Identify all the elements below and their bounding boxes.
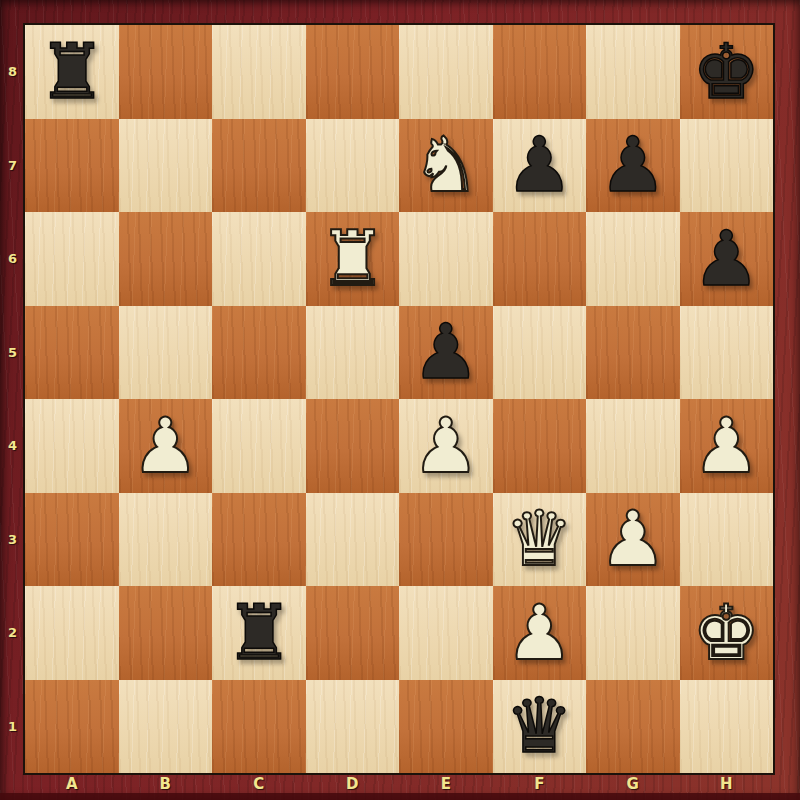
square-h4[interactable]: ♟ — [680, 399, 774, 493]
square-b5[interactable] — [119, 306, 213, 400]
piece-black-pawn[interactable]: ♟ — [505, 127, 573, 203]
file-label-h: H — [680, 773, 774, 795]
square-e2[interactable] — [399, 586, 493, 680]
square-a1[interactable] — [25, 680, 119, 774]
square-e3[interactable] — [399, 493, 493, 587]
file-label-a: A — [25, 773, 119, 795]
square-e1[interactable] — [399, 680, 493, 774]
square-a2[interactable] — [25, 586, 119, 680]
piece-white-pawn[interactable]: ♟ — [505, 595, 573, 671]
file-label-f: F — [493, 773, 587, 795]
square-g8[interactable] — [586, 25, 680, 119]
square-c4[interactable] — [212, 399, 306, 493]
piece-white-pawn[interactable]: ♟ — [692, 408, 760, 484]
square-c6[interactable] — [212, 212, 306, 306]
square-d6[interactable]: ♜ — [306, 212, 400, 306]
square-d1[interactable] — [306, 680, 400, 774]
piece-white-pawn[interactable]: ♟ — [412, 408, 480, 484]
square-f5[interactable] — [493, 306, 587, 400]
square-h1[interactable] — [680, 680, 774, 774]
square-g6[interactable] — [586, 212, 680, 306]
square-h5[interactable] — [680, 306, 774, 400]
square-g3[interactable]: ♟ — [586, 493, 680, 587]
piece-black-pawn[interactable]: ♟ — [412, 314, 480, 390]
square-d5[interactable] — [306, 306, 400, 400]
piece-black-king[interactable]: ♚ — [692, 34, 760, 110]
square-b3[interactable] — [119, 493, 213, 587]
rank-label-7: 7 — [0, 119, 25, 213]
square-h7[interactable] — [680, 119, 774, 213]
square-c3[interactable] — [212, 493, 306, 587]
piece-white-pawn[interactable]: ♟ — [131, 408, 199, 484]
square-e5[interactable]: ♟ — [399, 306, 493, 400]
square-d7[interactable] — [306, 119, 400, 213]
square-g4[interactable] — [586, 399, 680, 493]
square-e4[interactable]: ♟ — [399, 399, 493, 493]
rank-label-5: 5 — [0, 306, 25, 400]
square-e6[interactable] — [399, 212, 493, 306]
square-b1[interactable] — [119, 680, 213, 774]
square-c1[interactable] — [212, 680, 306, 774]
rank-label-2: 2 — [0, 586, 25, 680]
square-a8[interactable]: ♜ — [25, 25, 119, 119]
piece-black-pawn[interactable]: ♟ — [692, 221, 760, 297]
square-h3[interactable] — [680, 493, 774, 587]
square-f3[interactable]: ♛ — [493, 493, 587, 587]
square-a4[interactable] — [25, 399, 119, 493]
file-label-c: C — [212, 773, 306, 795]
square-a5[interactable] — [25, 306, 119, 400]
square-f6[interactable] — [493, 212, 587, 306]
square-f1[interactable]: ♛ — [493, 680, 587, 774]
file-label-e: E — [399, 773, 493, 795]
square-f7[interactable]: ♟ — [493, 119, 587, 213]
square-e7[interactable]: ♞ — [399, 119, 493, 213]
piece-white-knight[interactable]: ♞ — [412, 127, 480, 203]
rank-label-4: 4 — [0, 399, 25, 493]
square-d4[interactable] — [306, 399, 400, 493]
square-d2[interactable] — [306, 586, 400, 680]
square-b2[interactable] — [119, 586, 213, 680]
square-c5[interactable] — [212, 306, 306, 400]
piece-black-queen[interactable]: ♛ — [505, 688, 573, 764]
square-a7[interactable] — [25, 119, 119, 213]
square-a6[interactable] — [25, 212, 119, 306]
square-f8[interactable] — [493, 25, 587, 119]
square-g2[interactable] — [586, 586, 680, 680]
file-labels: ABCDEFGH — [25, 773, 773, 795]
square-g7[interactable]: ♟ — [586, 119, 680, 213]
file-label-g: G — [586, 773, 680, 795]
square-h8[interactable]: ♚ — [680, 25, 774, 119]
square-f2[interactable]: ♟ — [493, 586, 587, 680]
square-c8[interactable] — [212, 25, 306, 119]
square-b4[interactable]: ♟ — [119, 399, 213, 493]
piece-black-rook[interactable]: ♜ — [38, 34, 106, 110]
square-c2[interactable]: ♜ — [212, 586, 306, 680]
square-g1[interactable] — [586, 680, 680, 774]
chessboard-frame: 87654321 ABCDEFGH ♜♚♞♟♟♜♟♟♟♟♟♛♟♜♟♚♛ — [0, 0, 800, 800]
square-b7[interactable] — [119, 119, 213, 213]
piece-white-king[interactable]: ♚ — [692, 595, 760, 671]
rank-label-6: 6 — [0, 212, 25, 306]
file-label-d: D — [306, 773, 400, 795]
square-d3[interactable] — [306, 493, 400, 587]
square-g5[interactable] — [586, 306, 680, 400]
square-b8[interactable] — [119, 25, 213, 119]
rank-labels: 87654321 — [0, 25, 25, 773]
piece-white-queen[interactable]: ♛ — [505, 501, 573, 577]
file-label-b: B — [119, 773, 213, 795]
piece-white-rook[interactable]: ♜ — [318, 221, 386, 297]
chess-board: ♜♚♞♟♟♜♟♟♟♟♟♛♟♜♟♚♛ — [25, 25, 773, 773]
square-h2[interactable]: ♚ — [680, 586, 774, 680]
rank-label-8: 8 — [0, 25, 25, 119]
rank-label-3: 3 — [0, 493, 25, 587]
square-b6[interactable] — [119, 212, 213, 306]
piece-black-pawn[interactable]: ♟ — [599, 127, 667, 203]
square-d8[interactable] — [306, 25, 400, 119]
square-e8[interactable] — [399, 25, 493, 119]
piece-white-pawn[interactable]: ♟ — [599, 501, 667, 577]
piece-black-rook[interactable]: ♜ — [225, 595, 293, 671]
square-f4[interactable] — [493, 399, 587, 493]
square-h6[interactable]: ♟ — [680, 212, 774, 306]
rank-label-1: 1 — [0, 680, 25, 774]
square-a3[interactable] — [25, 493, 119, 587]
square-c7[interactable] — [212, 119, 306, 213]
